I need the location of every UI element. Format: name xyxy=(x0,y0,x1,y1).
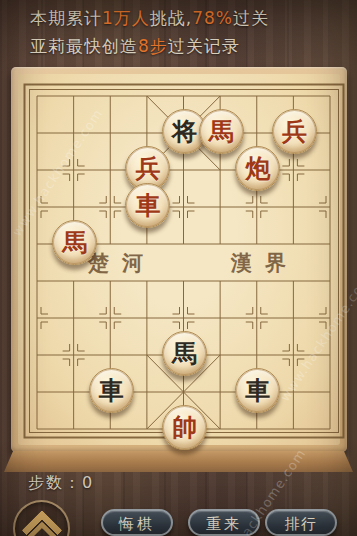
piece-black-chariot[interactable]: 車 xyxy=(235,368,280,413)
piece-black-chariot[interactable]: 車 xyxy=(89,368,134,413)
piece-glyph: 将 xyxy=(172,117,197,146)
piece-glyph: 車 xyxy=(135,191,160,220)
undo-button[interactable]: 悔棋 xyxy=(101,509,173,536)
restart-button[interactable]: 重来 xyxy=(188,509,260,536)
river-label-chuhe: 楚河 xyxy=(88,249,156,277)
piece-glyph: 車 xyxy=(99,376,124,405)
piece-red-soldier[interactable]: 兵 xyxy=(272,109,317,154)
game-screen: 本期累计1万人挑战,78%过关 亚莉最快创造8步过关记录 楚河 漢界 将馬兵兵炮… xyxy=(0,0,357,536)
step-counter-value: 0 xyxy=(82,473,94,492)
piece-red-chariot[interactable]: 車 xyxy=(125,183,170,228)
piece-red-cannon[interactable]: 炮 xyxy=(235,146,280,191)
piece-red-horse[interactable]: 馬 xyxy=(199,109,244,154)
step-counter-label: 步数： xyxy=(28,473,82,492)
piece-glyph: 馬 xyxy=(62,228,87,257)
step-counter: 步数：0 xyxy=(28,473,94,494)
piece-black-horse[interactable]: 馬 xyxy=(162,331,207,376)
board-grid xyxy=(0,0,357,536)
piece-glyph: 馬 xyxy=(209,117,234,146)
piece-red-general[interactable]: 帥 xyxy=(162,405,207,450)
piece-glyph: 馬 xyxy=(172,339,197,368)
piece-glyph: 兵 xyxy=(282,117,307,146)
piece-red-horse[interactable]: 馬 xyxy=(52,220,97,265)
piece-glyph: 車 xyxy=(245,376,270,405)
piece-glyph: 炮 xyxy=(245,154,270,183)
piece-glyph: 兵 xyxy=(135,154,160,183)
leaderboard-button[interactable]: 排行榜 xyxy=(265,509,337,536)
river-label-hanjie: 漢界 xyxy=(231,249,299,277)
piece-glyph: 帥 xyxy=(172,413,197,442)
